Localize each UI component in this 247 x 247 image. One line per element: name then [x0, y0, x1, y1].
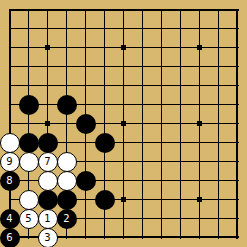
intersection-J11[interactable] — [152, 38, 171, 57]
intersection-N5[interactable] — [228, 152, 247, 171]
intersection-H12[interactable] — [133, 19, 152, 38]
black-stone — [57, 95, 77, 115]
intersection-B12[interactable] — [19, 19, 38, 38]
intersection-J7[interactable] — [152, 114, 171, 133]
intersection-E13[interactable] — [76, 0, 95, 19]
intersection-D7[interactable] — [57, 114, 76, 133]
white-stone-move-7: 7 — [38, 152, 58, 172]
white-stone — [57, 152, 77, 172]
intersection-H13[interactable] — [133, 0, 152, 19]
intersection-N4[interactable] — [228, 171, 247, 190]
intersection-A12[interactable] — [0, 19, 19, 38]
intersection-C7[interactable] — [38, 114, 57, 133]
black-stone — [76, 171, 96, 191]
intersection-F10[interactable] — [95, 57, 114, 76]
intersection-L2[interactable] — [190, 209, 209, 228]
intersection-B5[interactable] — [19, 152, 38, 171]
intersection-C12[interactable] — [38, 19, 57, 38]
intersection-H9[interactable] — [133, 76, 152, 95]
intersection-E9[interactable] — [76, 76, 95, 95]
white-stone-move-1: 1 — [38, 209, 58, 229]
intersection-M12[interactable] — [209, 19, 228, 38]
white-stone — [19, 152, 39, 172]
intersection-K6[interactable] — [171, 133, 190, 152]
intersection-G4[interactable] — [114, 171, 133, 190]
intersection-F6[interactable] — [95, 133, 114, 152]
intersection-G2[interactable] — [114, 209, 133, 228]
intersection-L6[interactable] — [190, 133, 209, 152]
intersection-H5[interactable] — [133, 152, 152, 171]
intersection-C11[interactable] — [38, 38, 57, 57]
intersection-G11[interactable] — [114, 38, 133, 57]
intersection-L3[interactable] — [190, 190, 209, 209]
intersection-L4[interactable] — [190, 171, 209, 190]
intersection-B7[interactable] — [19, 114, 38, 133]
intersection-H11[interactable] — [133, 38, 152, 57]
black-stone — [38, 133, 58, 153]
intersection-M9[interactable] — [209, 76, 228, 95]
intersection-L7[interactable] — [190, 114, 209, 133]
intersection-J2[interactable] — [152, 209, 171, 228]
intersection-F4[interactable] — [95, 171, 114, 190]
intersection-M3[interactable] — [209, 190, 228, 209]
intersection-C8[interactable] — [38, 95, 57, 114]
black-stone — [38, 190, 58, 210]
black-stone — [76, 114, 96, 134]
intersection-M4[interactable] — [209, 171, 228, 190]
intersection-N11[interactable] — [228, 38, 247, 57]
intersection-J13[interactable] — [152, 0, 171, 19]
intersection-B13[interactable] — [19, 0, 38, 19]
intersection-D10[interactable] — [57, 57, 76, 76]
intersection-L9[interactable] — [190, 76, 209, 95]
star-point — [197, 45, 202, 50]
white-stone — [0, 133, 20, 153]
intersection-H2[interactable] — [133, 209, 152, 228]
intersection-N2[interactable] — [228, 209, 247, 228]
intersection-E8[interactable] — [76, 95, 95, 114]
intersection-A1[interactable]: 6 — [0, 228, 19, 247]
intersection-G1[interactable] — [114, 228, 133, 247]
intersection-A5[interactable]: 9 — [0, 152, 19, 171]
intersection-F12[interactable] — [95, 19, 114, 38]
intersection-J12[interactable] — [152, 19, 171, 38]
move-number: 7 — [44, 157, 50, 167]
intersection-H3[interactable] — [133, 190, 152, 209]
move-number: 3 — [44, 233, 50, 243]
intersection-D3[interactable] — [57, 190, 76, 209]
intersection-K11[interactable] — [171, 38, 190, 57]
star-point — [197, 197, 202, 202]
intersection-D13[interactable] — [57, 0, 76, 19]
intersection-B3[interactable] — [19, 190, 38, 209]
intersection-G6[interactable] — [114, 133, 133, 152]
intersection-E4[interactable] — [76, 171, 95, 190]
intersection-J8[interactable] — [152, 95, 171, 114]
intersection-K4[interactable] — [171, 171, 190, 190]
intersection-H6[interactable] — [133, 133, 152, 152]
intersection-L1[interactable] — [190, 228, 209, 247]
intersection-C4[interactable] — [38, 171, 57, 190]
star-point — [45, 45, 50, 50]
intersection-E12[interactable] — [76, 19, 95, 38]
intersection-K5[interactable] — [171, 152, 190, 171]
intersection-L11[interactable] — [190, 38, 209, 57]
intersection-C3[interactable] — [38, 190, 57, 209]
intersection-M13[interactable] — [209, 0, 228, 19]
intersection-E1[interactable] — [76, 228, 95, 247]
intersection-K8[interactable] — [171, 95, 190, 114]
intersection-M11[interactable] — [209, 38, 228, 57]
black-stone — [19, 95, 39, 115]
intersection-G9[interactable] — [114, 76, 133, 95]
intersection-F9[interactable] — [95, 76, 114, 95]
move-number: 6 — [6, 233, 12, 243]
intersection-F13[interactable] — [95, 0, 114, 19]
intersection-J5[interactable] — [152, 152, 171, 171]
star-point — [121, 197, 126, 202]
intersection-N9[interactable] — [228, 76, 247, 95]
black-stone — [57, 190, 77, 210]
intersection-C6[interactable] — [38, 133, 57, 152]
intersection-J1[interactable] — [152, 228, 171, 247]
intersection-L12[interactable] — [190, 19, 209, 38]
move-number: 5 — [25, 214, 31, 224]
intersection-B6[interactable] — [19, 133, 38, 152]
intersection-F7[interactable] — [95, 114, 114, 133]
intersection-D8[interactable] — [57, 95, 76, 114]
intersection-A4[interactable]: 8 — [0, 171, 19, 190]
intersection-M7[interactable] — [209, 114, 228, 133]
intersection-E3[interactable] — [76, 190, 95, 209]
black-stone-move-8: 8 — [0, 171, 20, 191]
move-number: 2 — [63, 214, 69, 224]
intersection-B2[interactable]: 5 — [19, 209, 38, 228]
intersection-D2[interactable]: 2 — [57, 209, 76, 228]
white-stone — [19, 190, 39, 210]
intersection-A11[interactable] — [0, 38, 19, 57]
intersection-D9[interactable] — [57, 76, 76, 95]
intersection-G12[interactable] — [114, 19, 133, 38]
intersection-C5[interactable]: 7 — [38, 152, 57, 171]
black-stone — [19, 133, 39, 153]
intersection-F5[interactable] — [95, 152, 114, 171]
intersection-H7[interactable] — [133, 114, 152, 133]
intersection-A7[interactable] — [0, 114, 19, 133]
white-stone-move-5: 5 — [19, 209, 39, 229]
intersection-N12[interactable] — [228, 19, 247, 38]
black-stone-move-2: 2 — [57, 209, 77, 229]
intersection-N8[interactable] — [228, 95, 247, 114]
intersection-K9[interactable] — [171, 76, 190, 95]
intersection-B9[interactable] — [19, 76, 38, 95]
intersection-K7[interactable] — [171, 114, 190, 133]
intersection-A6[interactable] — [0, 133, 19, 152]
move-number: 1 — [44, 214, 50, 224]
star-point — [121, 121, 126, 126]
intersection-L5[interactable] — [190, 152, 209, 171]
intersection-F8[interactable] — [95, 95, 114, 114]
move-number: 9 — [6, 157, 12, 167]
intersection-F11[interactable] — [95, 38, 114, 57]
intersection-J4[interactable] — [152, 171, 171, 190]
star-point — [121, 45, 126, 50]
intersection-B1[interactable] — [19, 228, 38, 247]
intersection-K10[interactable] — [171, 57, 190, 76]
intersection-E2[interactable] — [76, 209, 95, 228]
intersection-J3[interactable] — [152, 190, 171, 209]
intersection-F3[interactable] — [95, 190, 114, 209]
intersection-D1[interactable] — [57, 228, 76, 247]
intersection-H8[interactable] — [133, 95, 152, 114]
intersection-N6[interactable] — [228, 133, 247, 152]
intersection-N7[interactable] — [228, 114, 247, 133]
intersection-G10[interactable] — [114, 57, 133, 76]
intersection-C1[interactable]: 3 — [38, 228, 57, 247]
intersection-E6[interactable] — [76, 133, 95, 152]
go-board: 978451263 — [0, 0, 247, 247]
intersection-D6[interactable] — [57, 133, 76, 152]
intersection-C2[interactable]: 1 — [38, 209, 57, 228]
intersection-A8[interactable] — [0, 95, 19, 114]
white-stone — [38, 171, 58, 191]
intersection-G8[interactable] — [114, 95, 133, 114]
move-number: 4 — [6, 214, 12, 224]
intersection-L10[interactable] — [190, 57, 209, 76]
intersection-N3[interactable] — [228, 190, 247, 209]
intersection-H4[interactable] — [133, 171, 152, 190]
intersection-C13[interactable] — [38, 0, 57, 19]
white-stone — [57, 171, 77, 191]
black-stone — [95, 190, 115, 210]
intersection-A13[interactable] — [0, 0, 19, 19]
intersection-B10[interactable] — [19, 57, 38, 76]
intersection-D4[interactable] — [57, 171, 76, 190]
intersection-N1[interactable] — [228, 228, 247, 247]
intersection-K2[interactable] — [171, 209, 190, 228]
intersection-G3[interactable] — [114, 190, 133, 209]
intersection-M5[interactable] — [209, 152, 228, 171]
intersection-D5[interactable] — [57, 152, 76, 171]
intersection-K12[interactable] — [171, 19, 190, 38]
intersection-C9[interactable] — [38, 76, 57, 95]
move-number: 8 — [6, 176, 12, 186]
intersection-B8[interactable] — [19, 95, 38, 114]
intersection-H10[interactable] — [133, 57, 152, 76]
star-point — [197, 121, 202, 126]
intersection-E5[interactable] — [76, 152, 95, 171]
intersection-A2[interactable]: 4 — [0, 209, 19, 228]
intersection-B4[interactable] — [19, 171, 38, 190]
intersection-H1[interactable] — [133, 228, 152, 247]
intersection-J6[interactable] — [152, 133, 171, 152]
intersection-G5[interactable] — [114, 152, 133, 171]
intersection-F2[interactable] — [95, 209, 114, 228]
intersection-A3[interactable] — [0, 190, 19, 209]
white-stone-move-9: 9 — [0, 152, 20, 172]
intersection-L8[interactable] — [190, 95, 209, 114]
star-point — [45, 121, 50, 126]
intersection-N10[interactable] — [228, 57, 247, 76]
intersection-M10[interactable] — [209, 57, 228, 76]
intersection-D11[interactable] — [57, 38, 76, 57]
black-stone-move-4: 4 — [0, 209, 20, 229]
black-stone — [95, 133, 115, 153]
intersection-E11[interactable] — [76, 38, 95, 57]
intersection-M8[interactable] — [209, 95, 228, 114]
intersection-C10[interactable] — [38, 57, 57, 76]
intersection-G7[interactable] — [114, 114, 133, 133]
intersection-A10[interactable] — [0, 57, 19, 76]
intersection-J9[interactable] — [152, 76, 171, 95]
intersection-G13[interactable] — [114, 0, 133, 19]
intersection-B11[interactable] — [19, 38, 38, 57]
intersection-N13[interactable] — [228, 0, 247, 19]
intersection-E7[interactable] — [76, 114, 95, 133]
intersection-A9[interactable] — [0, 76, 19, 95]
intersection-L13[interactable] — [190, 0, 209, 19]
intersection-M2[interactable] — [209, 209, 228, 228]
black-stone-move-6: 6 — [0, 228, 20, 247]
intersection-D12[interactable] — [57, 19, 76, 38]
intersection-E10[interactable] — [76, 57, 95, 76]
intersection-K3[interactable] — [171, 190, 190, 209]
white-stone-move-3: 3 — [38, 228, 58, 247]
intersection-K1[interactable] — [171, 228, 190, 247]
intersection-M1[interactable] — [209, 228, 228, 247]
intersection-M6[interactable] — [209, 133, 228, 152]
intersection-F1[interactable] — [95, 228, 114, 247]
intersection-K13[interactable] — [171, 0, 190, 19]
intersection-J10[interactable] — [152, 57, 171, 76]
